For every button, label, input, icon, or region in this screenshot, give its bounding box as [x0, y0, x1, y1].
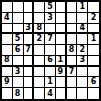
sudoku-cell-r3c9[interactable] — [88, 24, 99, 35]
sudoku-board: 5143238452716782861339791684 — [0, 0, 101, 101]
sudoku-cell-r5c2[interactable]: 6 — [13, 45, 24, 56]
sudoku-cell-r7c9[interactable] — [88, 67, 99, 78]
sudoku-cell-r7c3[interactable] — [24, 67, 35, 78]
sudoku-cell-r7c6[interactable]: 9 — [56, 67, 67, 78]
sudoku-cell-r7c5[interactable] — [45, 67, 56, 78]
sudoku-cell-r3c1[interactable] — [2, 24, 13, 35]
sudoku-cell-r5c4[interactable] — [34, 45, 45, 56]
sudoku-cell-r2c4[interactable] — [34, 13, 45, 24]
sudoku-cell-r8c4[interactable] — [34, 77, 45, 88]
sudoku-cell-r8c5[interactable]: 1 — [45, 77, 56, 88]
sudoku-cell-r5c7[interactable]: 8 — [67, 45, 78, 56]
sudoku-cell-r3c6[interactable] — [56, 24, 67, 35]
sudoku-cell-r2c7[interactable] — [67, 13, 78, 24]
sudoku-cell-r9c3[interactable] — [24, 88, 35, 99]
sudoku-cell-r5c1[interactable] — [2, 45, 13, 56]
sudoku-cell-r4c8[interactable] — [77, 34, 88, 45]
sudoku-cell-r2c1[interactable]: 4 — [2, 13, 13, 24]
sudoku-cell-r6c4[interactable] — [34, 56, 45, 67]
sudoku-cell-r5c5[interactable] — [45, 45, 56, 56]
sudoku-cell-r1c9[interactable] — [88, 2, 99, 13]
sudoku-cell-r8c1[interactable]: 9 — [2, 77, 13, 88]
sudoku-cell-r8c2[interactable] — [13, 77, 24, 88]
sudoku-cell-r9c9[interactable] — [88, 88, 99, 99]
sudoku-cell-r7c8[interactable] — [77, 67, 88, 78]
sudoku-cell-r9c4[interactable] — [34, 88, 45, 99]
sudoku-cell-r9c5[interactable]: 4 — [45, 88, 56, 99]
sudoku-cell-r2c8[interactable] — [77, 13, 88, 24]
sudoku-cell-r6c3[interactable] — [24, 56, 35, 67]
sudoku-cell-r3c2[interactable] — [13, 24, 24, 35]
sudoku-cell-r2c5[interactable]: 3 — [45, 13, 56, 24]
sudoku-cell-r4c4[interactable]: 2 — [34, 34, 45, 45]
sudoku-cell-r2c2[interactable] — [13, 13, 24, 24]
sudoku-cell-r4c6[interactable] — [56, 34, 67, 45]
sudoku-cell-r5c9[interactable] — [88, 45, 99, 56]
sudoku-cell-r7c4[interactable] — [34, 67, 45, 78]
sudoku-cell-r6c5[interactable]: 6 — [45, 56, 56, 67]
sudoku-cell-r3c4[interactable]: 8 — [34, 24, 45, 35]
sudoku-cell-r3c3[interactable]: 3 — [24, 24, 35, 35]
sudoku-cell-r1c4[interactable] — [34, 2, 45, 13]
sudoku-cell-r4c5[interactable]: 7 — [45, 34, 56, 45]
sudoku-cell-r2c9[interactable]: 2 — [88, 13, 99, 24]
sudoku-cell-r8c3[interactable] — [24, 77, 35, 88]
sudoku-cell-r3c5[interactable] — [45, 24, 56, 35]
sudoku-cell-r5c6[interactable] — [56, 45, 67, 56]
sudoku-cell-r8c6[interactable] — [56, 77, 67, 88]
sudoku-cell-r9c2[interactable]: 8 — [13, 88, 24, 99]
sudoku-cell-r7c7[interactable]: 7 — [67, 67, 78, 78]
sudoku-cell-r1c6[interactable] — [56, 2, 67, 13]
sudoku-cell-r3c7[interactable] — [67, 24, 78, 35]
sudoku-cell-r1c8[interactable]: 1 — [77, 2, 88, 13]
sudoku-cell-r1c7[interactable] — [67, 2, 78, 13]
sudoku-cell-r9c7[interactable] — [67, 88, 78, 99]
sudoku-cell-r4c7[interactable] — [67, 34, 78, 45]
sudoku-cell-r3c8[interactable]: 4 — [77, 24, 88, 35]
sudoku-cell-r6c2[interactable] — [13, 56, 24, 67]
sudoku-cell-r8c8[interactable] — [77, 77, 88, 88]
sudoku-cell-r1c5[interactable]: 5 — [45, 2, 56, 13]
sudoku-cell-r4c3[interactable] — [24, 34, 35, 45]
sudoku-cell-r6c6[interactable]: 1 — [56, 56, 67, 67]
sudoku-cell-r1c2[interactable] — [13, 2, 24, 13]
sudoku-cell-r4c2[interactable]: 5 — [13, 34, 24, 45]
sudoku-cell-r6c9[interactable] — [88, 56, 99, 67]
sudoku-cell-r9c8[interactable] — [77, 88, 88, 99]
sudoku-cell-r7c2[interactable]: 3 — [13, 67, 24, 78]
sudoku-cell-r6c1[interactable]: 8 — [2, 56, 13, 67]
sudoku-cell-r1c3[interactable] — [24, 2, 35, 13]
sudoku-cell-r8c7[interactable] — [67, 77, 78, 88]
sudoku-cell-r6c7[interactable] — [67, 56, 78, 67]
sudoku-cell-r9c1[interactable] — [2, 88, 13, 99]
sudoku-cell-r8c9[interactable]: 6 — [88, 77, 99, 88]
sudoku-cell-r2c3[interactable] — [24, 13, 35, 24]
sudoku-cell-r9c6[interactable] — [56, 88, 67, 99]
sudoku-cell-r4c9[interactable]: 1 — [88, 34, 99, 45]
sudoku-cell-r5c8[interactable]: 2 — [77, 45, 88, 56]
sudoku-cell-r2c6[interactable] — [56, 13, 67, 24]
sudoku-cell-r1c1[interactable] — [2, 2, 13, 13]
sudoku-cell-r4c1[interactable] — [2, 34, 13, 45]
sudoku-cell-r6c8[interactable]: 3 — [77, 56, 88, 67]
sudoku-cell-r7c1[interactable] — [2, 67, 13, 78]
sudoku-cell-r5c3[interactable]: 7 — [24, 45, 35, 56]
